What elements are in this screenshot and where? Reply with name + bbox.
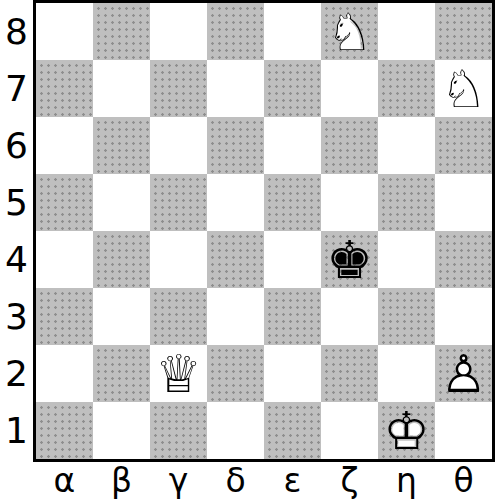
square-h1[interactable] xyxy=(435,402,492,459)
square-a8[interactable] xyxy=(36,3,93,60)
square-a4[interactable] xyxy=(36,231,93,288)
square-b4[interactable] xyxy=(93,231,150,288)
square-c6[interactable] xyxy=(150,117,207,174)
square-a6[interactable] xyxy=(36,117,93,174)
square-e5[interactable] xyxy=(264,174,321,231)
square-c1[interactable] xyxy=(150,402,207,459)
square-b5[interactable] xyxy=(93,174,150,231)
white-king[interactable]: ♚♔ xyxy=(383,405,430,457)
square-b6[interactable] xyxy=(93,117,150,174)
file-label-b: β xyxy=(93,461,150,500)
square-f7[interactable] xyxy=(321,60,378,117)
white-knight-glyph: ♘ xyxy=(440,63,487,115)
square-d7[interactable] xyxy=(207,60,264,117)
white-knight-glyph: ♘ xyxy=(326,6,373,58)
rank-label-7: 7 xyxy=(0,60,33,117)
rank-label-8: 8 xyxy=(0,3,33,60)
square-d2[interactable] xyxy=(207,345,264,402)
white-pawn-glyph: ♙ xyxy=(440,348,487,400)
square-b2[interactable] xyxy=(93,345,150,402)
square-h7[interactable]: ♞♘ xyxy=(435,60,492,117)
square-e3[interactable] xyxy=(264,288,321,345)
square-a1[interactable] xyxy=(36,402,93,459)
white-queen-glyph: ♕ xyxy=(155,348,202,400)
square-b7[interactable] xyxy=(93,60,150,117)
square-c7[interactable] xyxy=(150,60,207,117)
square-d1[interactable] xyxy=(207,402,264,459)
square-a7[interactable] xyxy=(36,60,93,117)
white-pawn[interactable]: ♟♙ xyxy=(440,348,487,400)
square-h2[interactable]: ♟♙ xyxy=(435,345,492,402)
square-g7[interactable] xyxy=(378,60,435,117)
square-f8[interactable]: ♞♘ xyxy=(321,3,378,60)
square-d5[interactable] xyxy=(207,174,264,231)
square-c5[interactable] xyxy=(150,174,207,231)
rank-label-2: 2 xyxy=(0,345,33,402)
square-g1[interactable]: ♚♔ xyxy=(378,402,435,459)
file-labels: αβγδεζηθ xyxy=(36,461,492,500)
rank-label-6: 6 xyxy=(0,117,33,174)
chess-board: ♞♘♞♘♚♛♕♟♙♚♔ xyxy=(33,0,495,462)
square-c2[interactable]: ♛♕ xyxy=(150,345,207,402)
square-g8[interactable] xyxy=(378,3,435,60)
file-label-f: ζ xyxy=(321,461,378,500)
square-e8[interactable] xyxy=(264,3,321,60)
file-label-c: γ xyxy=(150,461,207,500)
black-king-glyph: ♚ xyxy=(326,234,373,286)
square-h3[interactable] xyxy=(435,288,492,345)
square-e2[interactable] xyxy=(264,345,321,402)
square-c8[interactable] xyxy=(150,3,207,60)
square-d3[interactable] xyxy=(207,288,264,345)
square-g6[interactable] xyxy=(378,117,435,174)
square-e7[interactable] xyxy=(264,60,321,117)
square-h8[interactable] xyxy=(435,3,492,60)
square-h4[interactable] xyxy=(435,231,492,288)
file-label-d: δ xyxy=(207,461,264,500)
square-d4[interactable] xyxy=(207,231,264,288)
chess-diagram: 87654321 ♞♘♞♘♚♛♕♟♙♚♔ αβγδεζηθ xyxy=(0,0,500,500)
square-b3[interactable] xyxy=(93,288,150,345)
square-g3[interactable] xyxy=(378,288,435,345)
white-knight[interactable]: ♞♘ xyxy=(326,6,373,58)
square-f2[interactable] xyxy=(321,345,378,402)
square-f3[interactable] xyxy=(321,288,378,345)
square-b1[interactable] xyxy=(93,402,150,459)
square-f6[interactable] xyxy=(321,117,378,174)
square-f4[interactable]: ♚ xyxy=(321,231,378,288)
white-knight[interactable]: ♞♘ xyxy=(440,63,487,115)
square-a5[interactable] xyxy=(36,174,93,231)
square-a3[interactable] xyxy=(36,288,93,345)
rank-label-1: 1 xyxy=(0,402,33,459)
file-label-e: ε xyxy=(264,461,321,500)
square-g5[interactable] xyxy=(378,174,435,231)
square-c3[interactable] xyxy=(150,288,207,345)
rank-labels: 87654321 xyxy=(0,3,33,459)
square-e6[interactable] xyxy=(264,117,321,174)
rank-label-4: 4 xyxy=(0,231,33,288)
square-g4[interactable] xyxy=(378,231,435,288)
square-b8[interactable] xyxy=(93,3,150,60)
file-label-a: α xyxy=(36,461,93,500)
square-e1[interactable] xyxy=(264,402,321,459)
square-h5[interactable] xyxy=(435,174,492,231)
black-king[interactable]: ♚ xyxy=(326,234,373,286)
rank-label-3: 3 xyxy=(0,288,33,345)
file-label-g: η xyxy=(378,461,435,500)
white-king-glyph: ♔ xyxy=(383,405,430,457)
square-h6[interactable] xyxy=(435,117,492,174)
square-d6[interactable] xyxy=(207,117,264,174)
white-queen[interactable]: ♛♕ xyxy=(155,348,202,400)
square-c4[interactable] xyxy=(150,231,207,288)
square-g2[interactable] xyxy=(378,345,435,402)
rank-label-5: 5 xyxy=(0,174,33,231)
square-e4[interactable] xyxy=(264,231,321,288)
square-a2[interactable] xyxy=(36,345,93,402)
square-f5[interactable] xyxy=(321,174,378,231)
file-label-h: θ xyxy=(435,461,492,500)
square-d8[interactable] xyxy=(207,3,264,60)
square-f1[interactable] xyxy=(321,402,378,459)
